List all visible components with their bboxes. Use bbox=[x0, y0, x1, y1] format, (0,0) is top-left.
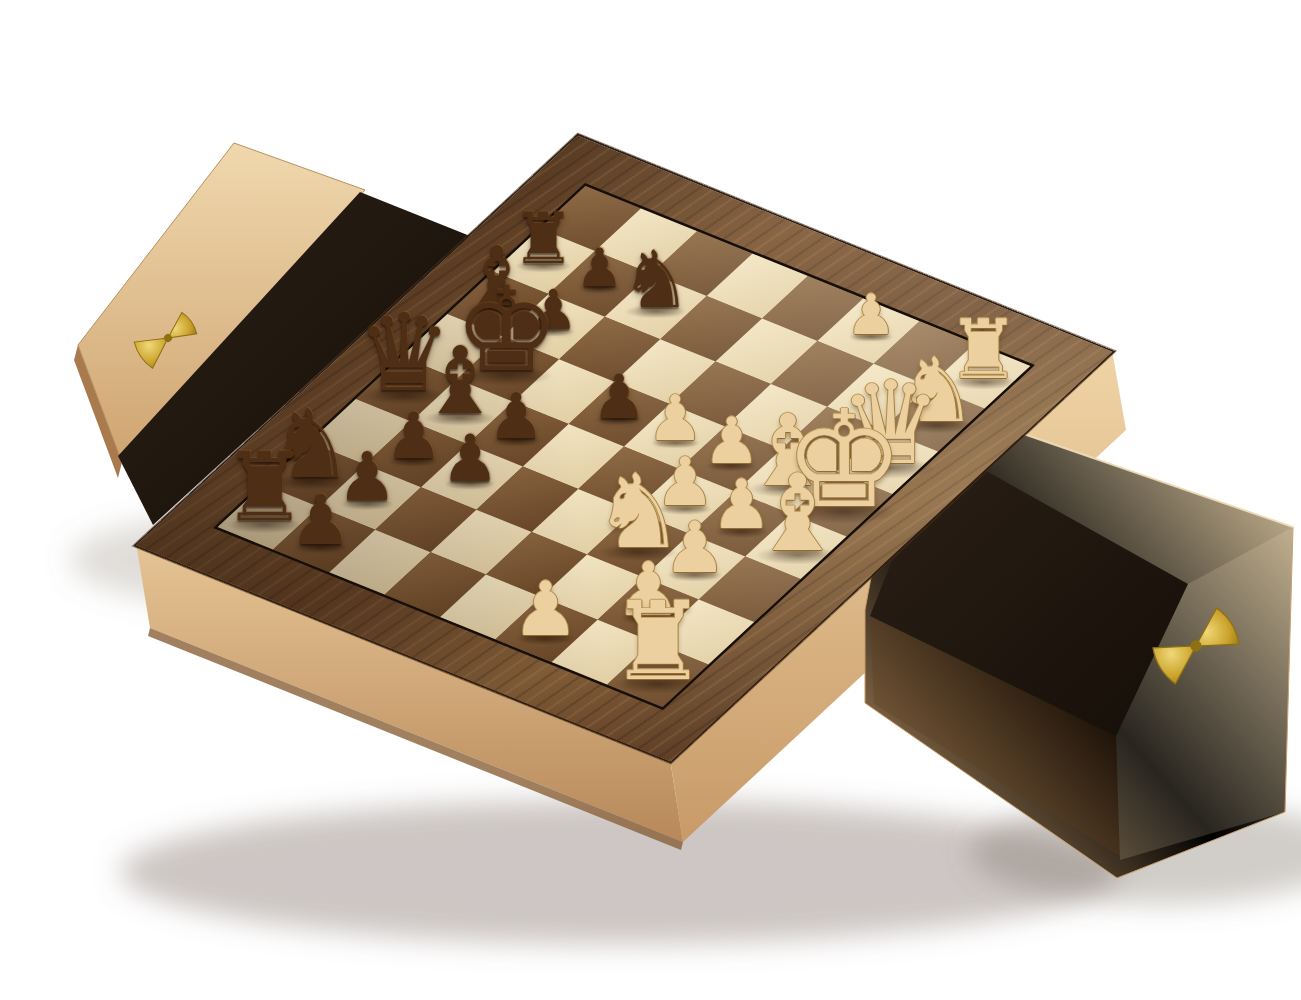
black-pawn-a7[interactable]: ♟ bbox=[290, 486, 352, 555]
black-pawn-g7[interactable]: ♟ bbox=[576, 241, 624, 294]
white-pawn-e4[interactable]: ♟ bbox=[647, 387, 703, 450]
black-pawn-e5[interactable]: ♟ bbox=[592, 366, 647, 427]
white-pawn-a3[interactable]: ♟ bbox=[512, 572, 579, 647]
black-knight-g6[interactable]: ♞ bbox=[620, 241, 691, 320]
white-pawn-h3[interactable]: ♟ bbox=[846, 286, 896, 342]
black-pawn-c6[interactable]: ♟ bbox=[441, 426, 499, 491]
white-bishop-d1[interactable]: ♝ bbox=[750, 460, 845, 566]
white-rook-a1[interactable]: ♜ bbox=[609, 587, 707, 696]
chess-box-scene: ♜♞♛♝♜♟♟♟♝♚♟♟♟♟♞♟♟♟♞♟♟♟♟♟♟♝♜♝♚♛♞♜ bbox=[0, 0, 1301, 1000]
